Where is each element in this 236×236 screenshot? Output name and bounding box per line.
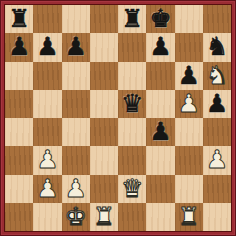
square-a1[interactable] bbox=[5, 203, 33, 231]
square-d3[interactable] bbox=[90, 146, 118, 174]
square-b6[interactable] bbox=[33, 62, 61, 90]
piece-black-pawn-c7[interactable]: ♟ bbox=[64, 33, 86, 61]
square-a5[interactable] bbox=[5, 90, 33, 118]
piece-white-pawn-b2[interactable]: ♟ bbox=[36, 175, 58, 203]
square-e1[interactable] bbox=[118, 203, 146, 231]
square-d8[interactable] bbox=[90, 5, 118, 33]
square-a3[interactable] bbox=[5, 146, 33, 174]
square-h8[interactable] bbox=[203, 5, 231, 33]
square-a6[interactable] bbox=[5, 62, 33, 90]
square-g7[interactable] bbox=[175, 33, 203, 61]
square-a7[interactable]: ♟ bbox=[5, 33, 33, 61]
square-a2[interactable] bbox=[5, 175, 33, 203]
piece-white-rook-g1[interactable]: ♜ bbox=[177, 203, 199, 231]
square-f7[interactable]: ♟ bbox=[146, 33, 174, 61]
piece-white-rook-d1[interactable]: ♜ bbox=[93, 203, 115, 231]
square-h1[interactable] bbox=[203, 203, 231, 231]
square-e3[interactable] bbox=[118, 146, 146, 174]
square-d6[interactable] bbox=[90, 62, 118, 90]
piece-white-knight-h6[interactable]: ♞ bbox=[206, 62, 228, 90]
square-d1[interactable]: ♜ bbox=[90, 203, 118, 231]
square-f3[interactable] bbox=[146, 146, 174, 174]
square-g3[interactable] bbox=[175, 146, 203, 174]
square-f2[interactable] bbox=[146, 175, 174, 203]
piece-black-king-f8[interactable]: ♚ bbox=[149, 5, 171, 33]
square-g5[interactable]: ♟ bbox=[175, 90, 203, 118]
square-e8[interactable]: ♜ bbox=[118, 5, 146, 33]
square-e5[interactable]: ♛ bbox=[118, 90, 146, 118]
square-e4[interactable] bbox=[118, 118, 146, 146]
piece-black-pawn-f7[interactable]: ♟ bbox=[149, 33, 171, 61]
square-g1[interactable]: ♜ bbox=[175, 203, 203, 231]
square-f4[interactable]: ♟ bbox=[146, 118, 174, 146]
square-g6[interactable]: ♟ bbox=[175, 62, 203, 90]
square-c4[interactable] bbox=[62, 118, 90, 146]
square-b5[interactable] bbox=[33, 90, 61, 118]
square-b1[interactable] bbox=[33, 203, 61, 231]
piece-black-pawn-b7[interactable]: ♟ bbox=[36, 33, 58, 61]
square-c2[interactable]: ♟ bbox=[62, 175, 90, 203]
square-d5[interactable] bbox=[90, 90, 118, 118]
square-h2[interactable] bbox=[203, 175, 231, 203]
piece-white-pawn-h3[interactable]: ♟ bbox=[206, 146, 228, 174]
square-h6[interactable]: ♞ bbox=[203, 62, 231, 90]
piece-white-pawn-g5[interactable]: ♟ bbox=[177, 90, 199, 118]
piece-white-pawn-b3[interactable]: ♟ bbox=[36, 146, 58, 174]
square-c6[interactable] bbox=[62, 62, 90, 90]
square-f6[interactable] bbox=[146, 62, 174, 90]
square-e6[interactable] bbox=[118, 62, 146, 90]
square-d2[interactable] bbox=[90, 175, 118, 203]
square-f1[interactable] bbox=[146, 203, 174, 231]
square-h3[interactable]: ♟ bbox=[203, 146, 231, 174]
square-c8[interactable] bbox=[62, 5, 90, 33]
board-frame: ♜♜♚♟♟♟♟♞♟♞♛♟♟♟♟♟♟♟♛♚♜♜ bbox=[0, 0, 236, 236]
piece-white-king-c1[interactable]: ♚ bbox=[64, 203, 86, 231]
square-h5[interactable]: ♟ bbox=[203, 90, 231, 118]
square-a8[interactable]: ♜ bbox=[5, 5, 33, 33]
square-e7[interactable] bbox=[118, 33, 146, 61]
square-b7[interactable]: ♟ bbox=[33, 33, 61, 61]
square-b2[interactable]: ♟ bbox=[33, 175, 61, 203]
square-g8[interactable] bbox=[175, 5, 203, 33]
square-f5[interactable] bbox=[146, 90, 174, 118]
piece-black-queen-e5[interactable]: ♛ bbox=[121, 90, 143, 118]
piece-black-rook-a8[interactable]: ♜ bbox=[8, 5, 30, 33]
square-f8[interactable]: ♚ bbox=[146, 5, 174, 33]
square-c7[interactable]: ♟ bbox=[62, 33, 90, 61]
square-g2[interactable] bbox=[175, 175, 203, 203]
square-c3[interactable] bbox=[62, 146, 90, 174]
square-b8[interactable] bbox=[33, 5, 61, 33]
piece-black-pawn-g6[interactable]: ♟ bbox=[177, 62, 199, 90]
piece-black-pawn-a7[interactable]: ♟ bbox=[8, 33, 30, 61]
square-g4[interactable] bbox=[175, 118, 203, 146]
piece-black-pawn-h5[interactable]: ♟ bbox=[206, 90, 228, 118]
square-c5[interactable] bbox=[62, 90, 90, 118]
square-a4[interactable] bbox=[5, 118, 33, 146]
piece-white-queen-e2[interactable]: ♛ bbox=[121, 175, 143, 203]
square-b4[interactable] bbox=[33, 118, 61, 146]
square-d7[interactable] bbox=[90, 33, 118, 61]
square-h4[interactable] bbox=[203, 118, 231, 146]
piece-black-pawn-f4[interactable]: ♟ bbox=[149, 118, 171, 146]
square-d4[interactable] bbox=[90, 118, 118, 146]
square-b3[interactable]: ♟ bbox=[33, 146, 61, 174]
square-c1[interactable]: ♚ bbox=[62, 203, 90, 231]
piece-white-pawn-c2[interactable]: ♟ bbox=[64, 175, 86, 203]
square-e2[interactable]: ♛ bbox=[118, 175, 146, 203]
square-h7[interactable]: ♞ bbox=[203, 33, 231, 61]
chess-board: ♜♜♚♟♟♟♟♞♟♞♛♟♟♟♟♟♟♟♛♚♜♜ bbox=[5, 5, 231, 231]
piece-black-rook-e8[interactable]: ♜ bbox=[121, 5, 143, 33]
piece-black-knight-h7[interactable]: ♞ bbox=[206, 33, 228, 61]
